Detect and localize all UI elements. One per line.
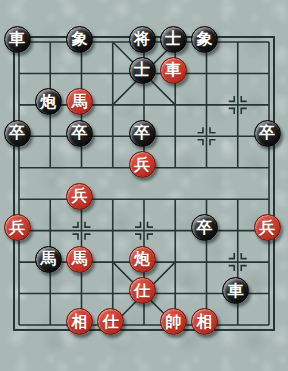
piece-black-horse[interactable]: 馬 (35, 246, 62, 273)
piece-red-horse[interactable]: 馬 (66, 246, 93, 273)
point-marker (241, 266, 247, 272)
piece-red-chariot[interactable]: 車 (160, 57, 187, 84)
point-marker (241, 96, 247, 102)
point-marker (241, 253, 247, 258)
point-marker (85, 222, 91, 228)
piece-black-general[interactable]: 将 (129, 26, 156, 53)
piece-black-soldier[interactable]: 卒 (129, 120, 156, 147)
piece-black-soldier[interactable]: 卒 (66, 120, 93, 147)
piece-black-advisor[interactable]: 士 (129, 57, 156, 84)
point-marker (229, 108, 235, 114)
piece-red-soldier[interactable]: 兵 (66, 183, 93, 210)
piece-red-advisor[interactable]: 仕 (129, 277, 156, 304)
point-marker (85, 234, 91, 240)
point-marker (73, 222, 79, 228)
point-marker (198, 127, 204, 133)
piece-black-soldier[interactable]: 卒 (254, 120, 281, 147)
point-marker (148, 222, 154, 228)
piece-red-cannon[interactable]: 炮 (129, 246, 156, 273)
point-marker (229, 253, 235, 258)
point-marker (210, 140, 216, 146)
point-marker (229, 266, 235, 272)
board-lines (0, 0, 288, 371)
piece-black-elephant[interactable]: 象 (191, 26, 218, 53)
piece-black-cannon[interactable]: 炮 (35, 88, 62, 115)
point-marker (210, 127, 216, 133)
piece-black-elephant[interactable]: 象 (66, 26, 93, 53)
piece-red-soldier[interactable]: 兵 (129, 151, 156, 178)
piece-red-soldier[interactable]: 兵 (4, 214, 31, 241)
point-marker (148, 234, 154, 240)
point-marker (135, 222, 141, 228)
point-marker (198, 140, 204, 146)
piece-black-soldier[interactable]: 卒 (4, 120, 31, 147)
point-marker (73, 234, 79, 240)
point-marker (241, 108, 247, 114)
piece-black-chariot[interactable]: 車 (4, 26, 31, 53)
point-marker (229, 96, 235, 102)
xiangqi-board[interactable]: 車象将士象士車炮馬卒卒卒卒兵兵兵卒兵馬馬炮仕車相仕帥相 (0, 0, 288, 371)
piece-black-soldier[interactable]: 卒 (191, 214, 218, 241)
piece-red-general[interactable]: 帥 (160, 308, 187, 335)
point-marker (135, 234, 141, 240)
piece-black-advisor[interactable]: 士 (160, 26, 187, 53)
piece-red-soldier[interactable]: 兵 (254, 214, 281, 241)
